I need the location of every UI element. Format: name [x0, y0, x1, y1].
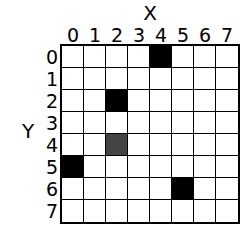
- cell-x2-y2[interactable]: [106, 90, 128, 112]
- cell-x0-y5[interactable]: [62, 156, 84, 178]
- cell-x6-y2[interactable]: [194, 90, 216, 112]
- y-tick-label-7: 7: [34, 200, 58, 222]
- x-tick-label-3: 3: [128, 25, 150, 45]
- cell-x2-y3[interactable]: [106, 112, 128, 134]
- cell-x4-y1[interactable]: [150, 68, 172, 90]
- cell-x6-y7[interactable]: [194, 200, 216, 222]
- cell-x1-y4[interactable]: [84, 134, 106, 156]
- cell-x1-y0[interactable]: [84, 46, 106, 68]
- y-tick-label-3: 3: [34, 112, 58, 134]
- cell-x7-y6[interactable]: [216, 178, 238, 200]
- x-tick-label-7: 7: [216, 25, 238, 45]
- cell-x4-y4[interactable]: [150, 134, 172, 156]
- cell-x2-y6[interactable]: [106, 178, 128, 200]
- x-tick-label-4: 4: [150, 25, 172, 45]
- cell-x5-y7[interactable]: [172, 200, 194, 222]
- cell-x3-y0[interactable]: [128, 46, 150, 68]
- cell-x2-y5[interactable]: [106, 156, 128, 178]
- cell-x7-y5[interactable]: [216, 156, 238, 178]
- cell-x6-y6[interactable]: [194, 178, 216, 200]
- y-tick-label-6: 6: [34, 178, 58, 200]
- cell-x7-y7[interactable]: [216, 200, 238, 222]
- cell-x5-y0[interactable]: [172, 46, 194, 68]
- y-axis-tick-labels: 01234567: [34, 46, 58, 222]
- cell-x7-y0[interactable]: [216, 46, 238, 68]
- x-tick-label-0: 0: [62, 25, 84, 45]
- cell-x4-y3[interactable]: [150, 112, 172, 134]
- cell-x7-y3[interactable]: [216, 112, 238, 134]
- cell-x4-y5[interactable]: [150, 156, 172, 178]
- cell-x4-y7[interactable]: [150, 200, 172, 222]
- cell-x3-y3[interactable]: [128, 112, 150, 134]
- cell-x1-y7[interactable]: [84, 200, 106, 222]
- cell-x0-y1[interactable]: [62, 68, 84, 90]
- cell-x3-y4[interactable]: [128, 134, 150, 156]
- y-tick-label-1: 1: [34, 68, 58, 90]
- cell-x2-y7[interactable]: [106, 200, 128, 222]
- cell-x5-y2[interactable]: [172, 90, 194, 112]
- cell-x1-y2[interactable]: [84, 90, 106, 112]
- cell-x2-y4[interactable]: [106, 134, 128, 156]
- cell-x6-y1[interactable]: [194, 68, 216, 90]
- y-tick-label-4: 4: [34, 134, 58, 156]
- cell-x1-y3[interactable]: [84, 112, 106, 134]
- y-axis-title: Y: [22, 119, 34, 143]
- cell-x7-y2[interactable]: [216, 90, 238, 112]
- cell-x6-y3[interactable]: [194, 112, 216, 134]
- cell-x1-y6[interactable]: [84, 178, 106, 200]
- cell-x6-y0[interactable]: [194, 46, 216, 68]
- cell-x1-y1[interactable]: [84, 68, 106, 90]
- cell-x3-y6[interactable]: [128, 178, 150, 200]
- cell-x3-y1[interactable]: [128, 68, 150, 90]
- cell-x4-y2[interactable]: [150, 90, 172, 112]
- cell-x2-y1[interactable]: [106, 68, 128, 90]
- y-tick-label-0: 0: [34, 46, 58, 68]
- x-axis-title: X: [62, 1, 238, 25]
- cell-x7-y1[interactable]: [216, 68, 238, 90]
- cell-x4-y0[interactable]: [150, 46, 172, 68]
- cell-x0-y7[interactable]: [62, 200, 84, 222]
- cell-x5-y4[interactable]: [172, 134, 194, 156]
- cell-x3-y7[interactable]: [128, 200, 150, 222]
- y-tick-label-5: 5: [34, 156, 58, 178]
- x-tick-label-5: 5: [172, 25, 194, 45]
- cell-x0-y6[interactable]: [62, 178, 84, 200]
- x-tick-label-1: 1: [84, 25, 106, 45]
- cell-x0-y3[interactable]: [62, 112, 84, 134]
- cell-x6-y5[interactable]: [194, 156, 216, 178]
- cell-x4-y6[interactable]: [150, 178, 172, 200]
- x-tick-label-2: 2: [106, 25, 128, 45]
- cell-x5-y6[interactable]: [172, 178, 194, 200]
- x-axis-tick-labels: 01234567: [62, 25, 238, 45]
- y-tick-label-2: 2: [34, 90, 58, 112]
- cell-x2-y0[interactable]: [106, 46, 128, 68]
- cell-x5-y1[interactable]: [172, 68, 194, 90]
- x-tick-label-6: 6: [194, 25, 216, 45]
- cell-x0-y4[interactable]: [62, 134, 84, 156]
- cell-x6-y4[interactable]: [194, 134, 216, 156]
- cell-x0-y0[interactable]: [62, 46, 84, 68]
- cell-x7-y4[interactable]: [216, 134, 238, 156]
- cell-x1-y5[interactable]: [84, 156, 106, 178]
- cell-x5-y3[interactable]: [172, 112, 194, 134]
- cell-x3-y5[interactable]: [128, 156, 150, 178]
- cell-x5-y5[interactable]: [172, 156, 194, 178]
- grid-figure: X Y 01234567 01234567: [0, 0, 246, 230]
- board-grid: [60, 44, 240, 224]
- cell-x3-y2[interactable]: [128, 90, 150, 112]
- cell-x0-y2[interactable]: [62, 90, 84, 112]
